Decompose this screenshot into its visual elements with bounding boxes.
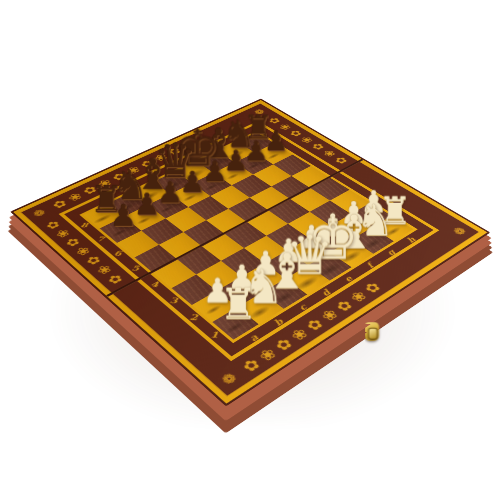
photo-stage: ✿ ❀ ✿ ❀ ✿ ❀ ✿ ❀ ✿ ✿ ❀ ✿ ❀ ✿ ❀ ✿ ❀ ✿ ✿❀✿❀… xyxy=(0,0,500,500)
white-rook-glyph: ♜ xyxy=(202,283,275,325)
black-pawn-glyph: ♟ xyxy=(90,201,155,231)
